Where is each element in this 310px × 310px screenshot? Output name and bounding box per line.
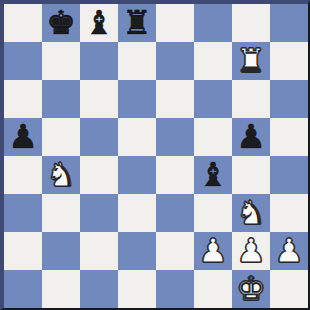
square-g6[interactable] [232,80,270,118]
square-a2[interactable] [4,232,42,270]
piece-black-rook-d8[interactable]: ♜ [122,4,152,42]
square-f4[interactable]: ♝ [194,156,232,194]
square-h8[interactable] [270,4,308,42]
square-h1[interactable] [270,270,308,308]
piece-white-king-g1[interactable]: ♚ [236,270,266,308]
square-e5[interactable] [156,118,194,156]
square-a5[interactable]: ♟ [4,118,42,156]
piece-white-pawn-g2[interactable]: ♟ [236,232,266,270]
square-g4[interactable] [232,156,270,194]
square-g2[interactable]: ♟ [232,232,270,270]
square-e4[interactable] [156,156,194,194]
square-g3[interactable]: ♞ [232,194,270,232]
square-f6[interactable] [194,80,232,118]
square-h6[interactable] [270,80,308,118]
square-f3[interactable] [194,194,232,232]
piece-white-rook-g7[interactable]: ♜ [236,42,266,80]
square-e1[interactable] [156,270,194,308]
square-g8[interactable] [232,4,270,42]
square-d4[interactable] [118,156,156,194]
square-c7[interactable] [80,42,118,80]
square-c3[interactable] [80,194,118,232]
square-a3[interactable] [4,194,42,232]
square-h7[interactable] [270,42,308,80]
square-a6[interactable] [4,80,42,118]
square-g1[interactable]: ♚ [232,270,270,308]
square-f2[interactable]: ♟ [194,232,232,270]
square-a8[interactable] [4,4,42,42]
square-b3[interactable] [42,194,80,232]
square-e2[interactable] [156,232,194,270]
square-d5[interactable] [118,118,156,156]
piece-white-knight-b4[interactable]: ♞ [46,156,76,194]
square-b4[interactable]: ♞ [42,156,80,194]
piece-black-pawn-g5[interactable]: ♟ [236,118,266,156]
square-h3[interactable] [270,194,308,232]
square-b8[interactable]: ♚ [42,4,80,42]
square-b7[interactable] [42,42,80,80]
square-a7[interactable] [4,42,42,80]
square-c1[interactable] [80,270,118,308]
square-e3[interactable] [156,194,194,232]
square-b2[interactable] [42,232,80,270]
chess-board: ♚♝♜♜♟♟♞♝♞♟♟♟♚ [0,0,310,310]
square-g5[interactable]: ♟ [232,118,270,156]
square-c6[interactable] [80,80,118,118]
square-a4[interactable] [4,156,42,194]
square-d3[interactable] [118,194,156,232]
square-d6[interactable] [118,80,156,118]
square-e6[interactable] [156,80,194,118]
piece-white-pawn-f2[interactable]: ♟ [198,232,228,270]
square-e7[interactable] [156,42,194,80]
square-a1[interactable] [4,270,42,308]
square-d7[interactable] [118,42,156,80]
square-g7[interactable]: ♜ [232,42,270,80]
square-d2[interactable] [118,232,156,270]
square-f1[interactable] [194,270,232,308]
square-f7[interactable] [194,42,232,80]
square-b1[interactable] [42,270,80,308]
piece-white-pawn-h2[interactable]: ♟ [274,232,304,270]
piece-black-bishop-f4[interactable]: ♝ [198,156,228,194]
square-h2[interactable]: ♟ [270,232,308,270]
square-d8[interactable]: ♜ [118,4,156,42]
square-d1[interactable] [118,270,156,308]
piece-black-bishop-c8[interactable]: ♝ [84,4,114,42]
chess-board-frame: ♚♝♜♜♟♟♞♝♞♟♟♟♚ [0,0,310,310]
square-b6[interactable] [42,80,80,118]
square-c5[interactable] [80,118,118,156]
piece-white-knight-g3[interactable]: ♞ [236,194,266,232]
square-c2[interactable] [80,232,118,270]
square-c8[interactable]: ♝ [80,4,118,42]
square-h5[interactable] [270,118,308,156]
square-c4[interactable] [80,156,118,194]
piece-black-king-b8[interactable]: ♚ [46,4,76,42]
piece-black-pawn-a5[interactable]: ♟ [8,118,38,156]
square-h4[interactable] [270,156,308,194]
square-f5[interactable] [194,118,232,156]
square-e8[interactable] [156,4,194,42]
square-b5[interactable] [42,118,80,156]
square-f8[interactable] [194,4,232,42]
